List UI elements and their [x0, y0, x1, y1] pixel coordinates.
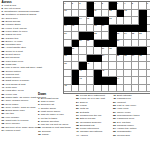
cell-number: 35	[117, 54, 119, 56]
grid-cell[interactable]	[72, 32, 80, 40]
grid-cell[interactable]	[147, 85, 151, 93]
grid-cell[interactable]	[132, 40, 140, 48]
cell-number: 19	[94, 24, 96, 26]
grid-cell[interactable]	[72, 62, 80, 70]
cell-number: 20	[102, 24, 104, 26]
crossword-grid: 1234567891011121314151617181920212223242…	[63, 1, 150, 94]
grid-cell[interactable]: 10	[64, 10, 72, 18]
grid-cell[interactable]	[72, 55, 80, 63]
clue-number: 66.	[113, 134, 116, 137]
grid-cell[interactable]	[147, 25, 151, 33]
cell-number: 3	[79, 2, 80, 4]
cell-number: 32	[109, 47, 111, 49]
grid-cell[interactable]	[132, 17, 140, 25]
cell-number: 21	[64, 32, 66, 34]
grid-cell[interactable]	[117, 62, 125, 70]
grid-cell-black	[109, 25, 117, 33]
cell-number: 8	[132, 2, 133, 4]
grid-cell[interactable]: 35	[117, 55, 125, 63]
grid-cell-black	[102, 77, 110, 85]
cell-number: 45	[64, 84, 66, 86]
grid-cell[interactable]	[124, 40, 132, 48]
clue-number: 44.	[76, 134, 79, 137]
cell-number: 38	[139, 54, 141, 56]
grid-cell[interactable]	[117, 85, 125, 93]
grid-cell[interactable]: 29	[117, 40, 125, 48]
grid-cell[interactable]	[79, 85, 87, 93]
grid-cell[interactable]: 37	[132, 55, 140, 63]
cell-number: 7	[124, 2, 125, 4]
grid-cell[interactable]: 21	[64, 32, 72, 40]
clue-number: 64.	[2, 129, 5, 132]
grid-cell[interactable]	[139, 70, 147, 78]
grid-cell[interactable]	[147, 40, 151, 48]
grid-cell-black	[117, 10, 125, 18]
grid-cell-black	[72, 77, 80, 85]
cell-number: 9	[147, 2, 148, 4]
cell-number: 39	[64, 62, 66, 64]
grid-cell[interactable]	[132, 77, 140, 85]
grid-cell[interactable]	[94, 85, 102, 93]
grid-cell-black	[94, 40, 102, 48]
grid-cell-black	[72, 70, 80, 78]
grid-cell[interactable]	[124, 17, 132, 25]
down-clue-column-3: 46. Best estimate48. Fishing's pro51. In…	[113, 95, 149, 138]
grid-cell[interactable]: 40	[87, 62, 95, 70]
grid-cell[interactable]: 15	[87, 17, 95, 25]
grid-cell[interactable]	[94, 47, 102, 55]
cell-number: 30	[72, 47, 74, 49]
grid-cell[interactable]: 6	[117, 2, 125, 10]
grid-cell[interactable]	[79, 55, 87, 63]
grid-cell-black	[139, 10, 147, 18]
cell-number: 26	[139, 32, 141, 34]
grid-cell[interactable]	[87, 25, 95, 33]
grid-cell[interactable]	[139, 2, 147, 10]
grid-cell[interactable]: 25	[132, 32, 140, 40]
grid-cell[interactable]: 13	[124, 10, 132, 18]
grid-cell[interactable]	[147, 17, 151, 25]
grid-cell[interactable]	[139, 77, 147, 85]
grid-cell[interactable]: 16	[109, 17, 117, 25]
cell-number: 42	[102, 69, 104, 71]
cell-number: 27	[79, 39, 81, 41]
cell-number: 16	[109, 17, 111, 19]
down-clue-column-1: 1. Bill's night friend2. Sign of injury3…	[38, 98, 73, 138]
grid-cell[interactable]: 22	[94, 32, 102, 40]
grid-cell[interactable]	[139, 62, 147, 70]
cell-number: 2	[72, 2, 73, 4]
cell-number: 34	[102, 54, 104, 56]
grid-cell[interactable]: 2	[72, 2, 80, 10]
grid-cell[interactable]	[94, 62, 102, 70]
grid-cell[interactable]	[124, 62, 132, 70]
grid-cell-black	[109, 32, 117, 40]
cell-number: 25	[132, 32, 134, 34]
cell-number: 1	[64, 2, 65, 4]
cell-number: 37	[132, 54, 134, 56]
clue-item: 44. Agrees	[76, 135, 110, 138]
cell-number: 14	[79, 17, 81, 19]
grid-cell[interactable]	[72, 85, 80, 93]
grid-cell[interactable]	[79, 25, 87, 33]
grid-cell[interactable]: 36	[124, 55, 132, 63]
grid-cell[interactable]	[147, 70, 151, 78]
clue-item: 66. Ceiling arcs	[113, 135, 149, 138]
grid-cell-black	[94, 55, 102, 63]
grid-cell[interactable]: 42	[102, 70, 110, 78]
grid-cell[interactable]	[147, 55, 151, 63]
cell-number: 43	[79, 77, 81, 79]
cell-number: 18	[72, 24, 74, 26]
grid-cell[interactable]: 8	[132, 2, 140, 10]
cell-number: 33	[64, 54, 66, 56]
grid-cell[interactable]	[87, 77, 95, 85]
grid-cell[interactable]	[124, 70, 132, 78]
grid-cell-black	[94, 70, 102, 78]
cell-number: 10	[64, 9, 66, 11]
grid-cell[interactable]	[87, 70, 95, 78]
grid-cell[interactable]	[72, 10, 80, 18]
cell-number: 29	[117, 39, 119, 41]
grid-cell[interactable]: 3	[79, 2, 87, 10]
grid-cell[interactable]	[64, 40, 72, 48]
grid-cell[interactable]: 27	[79, 40, 87, 48]
grid-cell[interactable]	[147, 32, 151, 40]
grid-cell[interactable]	[109, 85, 117, 93]
grid-cell[interactable]: 44	[117, 77, 125, 85]
grid-cell[interactable]	[102, 32, 110, 40]
grid-cell[interactable]	[139, 40, 147, 48]
cell-number: 28	[87, 39, 89, 41]
grid-cell[interactable]: 32	[109, 47, 117, 55]
cell-number: 5	[102, 2, 103, 4]
cell-number: 4	[94, 2, 95, 4]
grid-cell[interactable]: 24	[124, 32, 132, 40]
grid-cell[interactable]	[102, 85, 110, 93]
crossword-grid-cells: 1234567891011121314151617181920212223242…	[64, 2, 150, 92]
grid-cell-black	[94, 77, 102, 85]
cell-number: 41	[79, 69, 81, 71]
cell-number: 23	[117, 32, 119, 34]
cell-number: 31	[102, 47, 104, 49]
grid-cell[interactable]: 9	[147, 2, 151, 10]
cell-number: 44	[117, 77, 119, 79]
grid-cell[interactable]	[124, 77, 132, 85]
grid-cell[interactable]	[147, 62, 151, 70]
grid-cell[interactable]	[132, 85, 140, 93]
grid-cell[interactable]	[109, 62, 117, 70]
grid-cell[interactable]	[139, 85, 147, 93]
grid-cell-black	[109, 77, 117, 85]
grid-cell[interactable]	[147, 47, 151, 55]
grid-cell[interactable]	[87, 85, 95, 93]
grid-cell[interactable]	[132, 62, 140, 70]
clue-number: 12.	[38, 133, 41, 136]
grid-cell[interactable]	[132, 10, 140, 18]
cell-number: 36	[124, 54, 126, 56]
grid-cell-black	[139, 17, 147, 25]
grid-cell[interactable]	[102, 10, 110, 18]
cell-number: 22	[94, 32, 96, 34]
grid-cell[interactable]: 20	[102, 25, 110, 33]
grid-cell[interactable]: 28	[87, 40, 95, 48]
grid-cell[interactable]: 14	[79, 17, 87, 25]
grid-cell[interactable]	[124, 85, 132, 93]
grid-cell[interactable]	[132, 70, 140, 78]
cell-number: 13	[124, 9, 126, 11]
grid-cell[interactable]: 30	[72, 47, 80, 55]
grid-cell[interactable]	[147, 10, 151, 18]
grid-cell[interactable]	[64, 70, 72, 78]
grid-cell[interactable]	[79, 47, 87, 55]
grid-cell[interactable]	[147, 77, 151, 85]
clue-item: 12. Sandy	[38, 134, 73, 137]
grid-cell[interactable]	[109, 70, 117, 78]
grid-cell[interactable]: 38	[139, 55, 147, 63]
grid-cell-black	[87, 2, 95, 10]
cell-number: 6	[117, 2, 118, 4]
cell-number: 12	[109, 9, 111, 11]
grid-cell[interactable]: 18	[72, 25, 80, 33]
cell-number: 40	[87, 62, 89, 64]
cell-number: 24	[124, 32, 126, 34]
grid-cell[interactable]: 5	[102, 2, 110, 10]
grid-cell[interactable]	[87, 47, 95, 55]
cell-number: 17	[64, 24, 66, 26]
grid-cell[interactable]	[117, 17, 125, 25]
down-clue-column-2: 20. Prying steel instrument22. It may be…	[76, 95, 110, 138]
grid-cell[interactable]: 45	[64, 85, 72, 93]
cell-number: 15	[87, 17, 89, 19]
grid-cell[interactable]: 43	[79, 77, 87, 85]
grid-cell[interactable]: 11	[94, 10, 102, 18]
grid-cell[interactable]: 26	[139, 32, 147, 40]
grid-cell[interactable]: 34	[102, 55, 110, 63]
grid-cell[interactable]: 39	[64, 62, 72, 70]
grid-cell[interactable]	[109, 55, 117, 63]
cell-number: 11	[94, 9, 96, 11]
